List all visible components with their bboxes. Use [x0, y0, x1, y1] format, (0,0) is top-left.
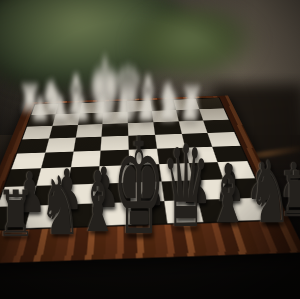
black-bishop-c8[interactable]: ♝	[208, 153, 247, 234]
black-queen-d8[interactable]: ♛	[162, 132, 210, 245]
square-g4[interactable]	[45, 138, 75, 153]
square-h3[interactable]	[22, 126, 52, 140]
white-pawn-h2[interactable]: ♟	[30, 93, 50, 126]
square-h4[interactable]	[17, 139, 49, 154]
black-rook-h8[interactable]: ♜	[0, 183, 36, 247]
black-knight-b8[interactable]: ♞	[248, 148, 291, 234]
black-knight-g8[interactable]: ♞	[39, 166, 80, 247]
square-f4[interactable]	[73, 137, 102, 152]
white-pawn-g2[interactable]: ♟	[50, 93, 70, 126]
black-king-e8[interactable]: ♚	[113, 121, 165, 254]
square-a2[interactable]	[200, 108, 229, 120]
square-a4[interactable]	[208, 132, 241, 147]
white-pawn-f2[interactable]: ♟	[71, 93, 91, 126]
white-pawn-e2[interactable]: ♟	[92, 93, 112, 126]
scene-photo: ♜♞♝♚♛♝♞♜♟♟♟♟♟♟♟♟♟♟♟♟♟♟♟♟♜♞♝♚♛♝♞♜	[0, 0, 300, 299]
black-bishop-f8[interactable]: ♝	[78, 160, 117, 244]
